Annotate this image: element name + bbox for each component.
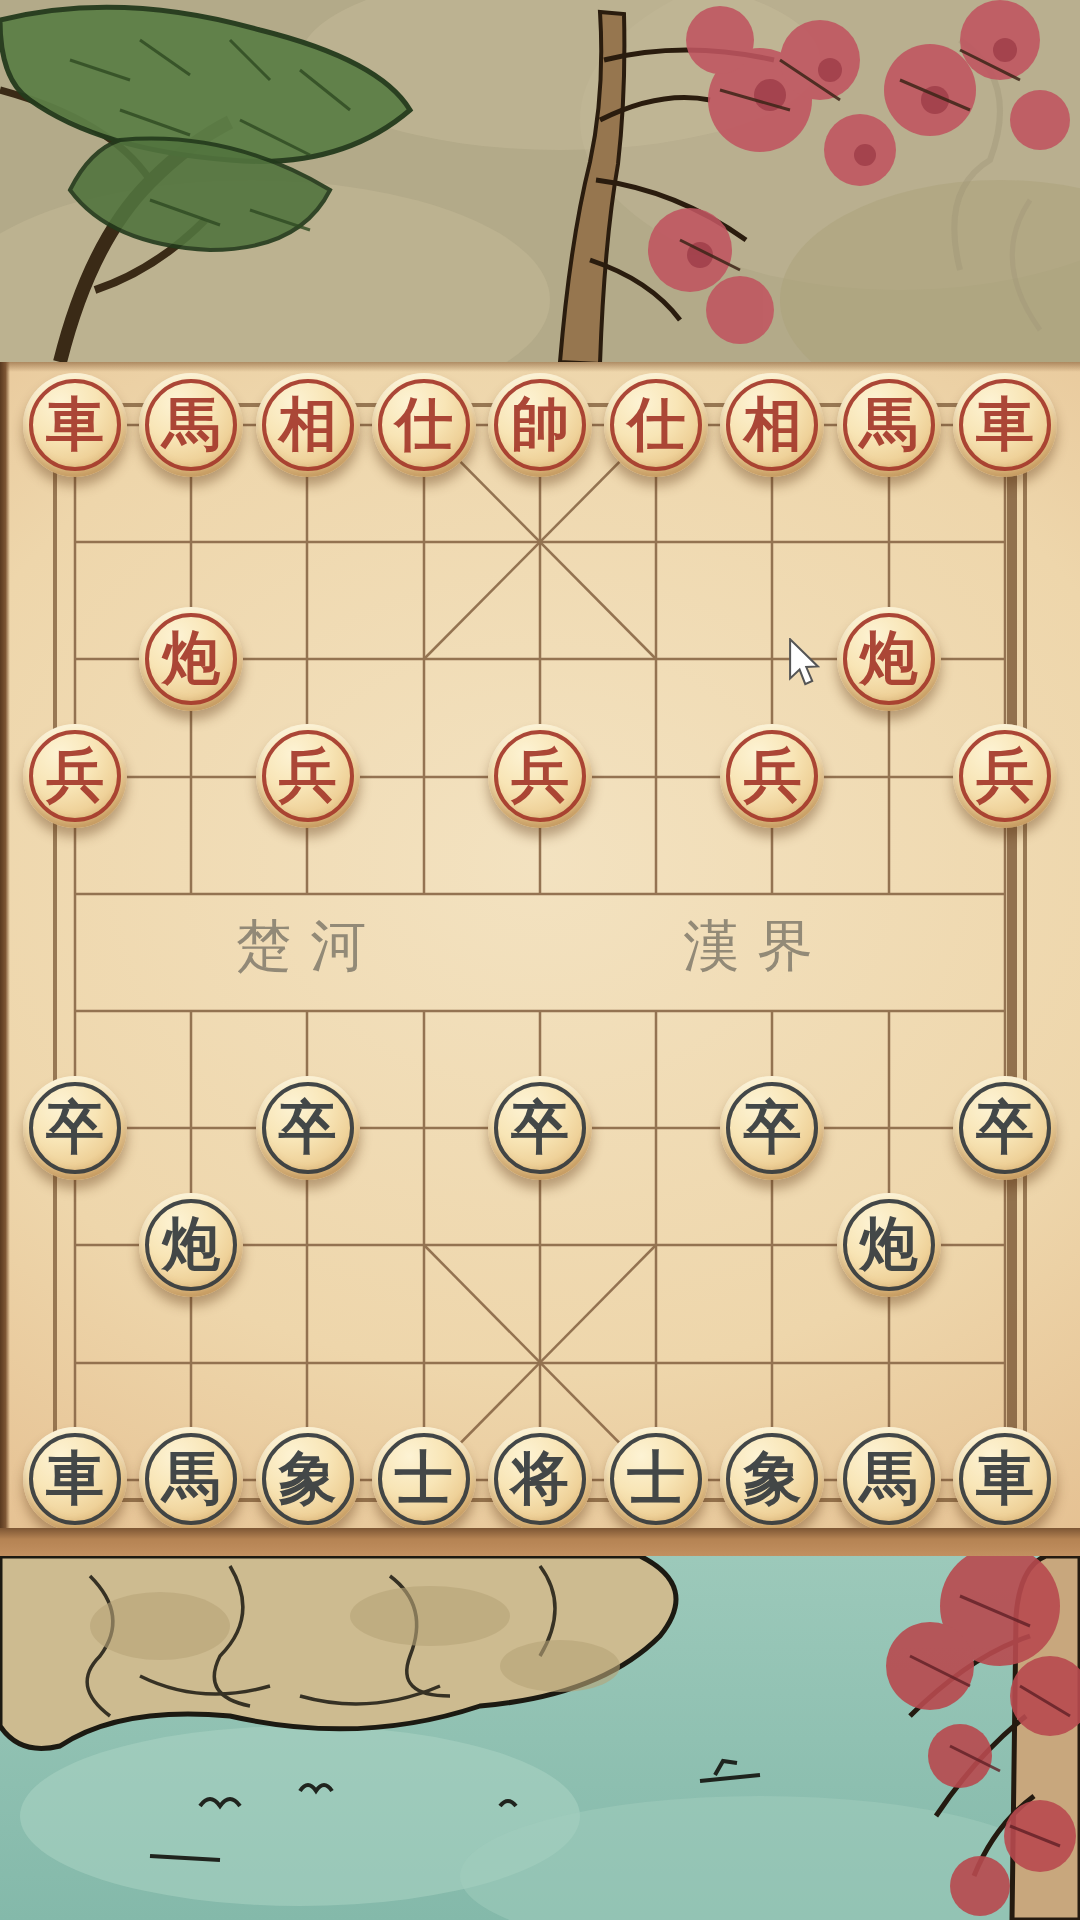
piece-glyph: 炮 [162,629,220,687]
piece-glyph: 相 [743,395,801,453]
piece-black-卒[interactable]: 卒 [23,1076,127,1180]
piece-glyph: 兵 [279,746,337,804]
piece-ring: 馬 [843,379,935,471]
piece-ring: 炮 [145,613,237,705]
piece-glyph: 卒 [46,1098,104,1156]
piece-glyph: 兵 [976,746,1034,804]
piece-black-卒[interactable]: 卒 [953,1076,1057,1180]
piece-black-炮[interactable]: 炮 [837,1193,941,1297]
piece-black-馬[interactable]: 馬 [139,1427,243,1531]
piece-glyph: 仕 [395,395,453,453]
piece-ring: 炮 [843,1199,935,1291]
piece-glyph: 車 [976,395,1034,453]
piece-glyph: 車 [46,1449,104,1507]
piece-red-兵[interactable]: 兵 [953,724,1057,828]
piece-glyph: 兵 [743,746,801,804]
piece-red-兵[interactable]: 兵 [488,724,592,828]
piece-red-兵[interactable]: 兵 [720,724,824,828]
piece-glyph: 帥 [511,395,569,453]
piece-ring: 車 [959,1433,1051,1525]
xiangqi-board[interactable]: 楚河 漢界 車馬相仕帥仕相馬車炮炮兵兵兵兵兵卒卒卒卒卒炮炮車馬象士将士象馬車 [0,362,1080,1556]
piece-black-将[interactable]: 将 [488,1427,592,1531]
piece-ring: 卒 [262,1082,354,1174]
piece-glyph: 兵 [46,746,104,804]
piece-red-仕[interactable]: 仕 [604,373,708,477]
piece-ring: 炮 [145,1199,237,1291]
background-painting-bottom [0,1556,1080,1920]
piece-glyph: 士 [395,1449,453,1507]
piece-ring: 兵 [726,730,818,822]
piece-black-士[interactable]: 士 [604,1427,708,1531]
piece-ring: 兵 [494,730,586,822]
piece-ring: 車 [29,1433,121,1525]
piece-ring: 炮 [843,613,935,705]
piece-red-兵[interactable]: 兵 [256,724,360,828]
piece-glyph: 炮 [860,1215,918,1273]
piece-ring: 馬 [843,1433,935,1525]
piece-ring: 象 [726,1433,818,1525]
piece-glyph: 車 [976,1449,1034,1507]
piece-glyph: 象 [743,1449,801,1507]
board-front-edge [0,1528,1080,1556]
piece-glyph: 卒 [511,1098,569,1156]
piece-ring: 卒 [959,1082,1051,1174]
piece-ring: 仕 [610,379,702,471]
piece-ring: 卒 [29,1082,121,1174]
piece-ring: 象 [262,1433,354,1525]
piece-ring: 卒 [494,1082,586,1174]
piece-red-仕[interactable]: 仕 [372,373,476,477]
piece-ring: 兵 [29,730,121,822]
piece-red-帥[interactable]: 帥 [488,373,592,477]
piece-glyph: 炮 [162,1215,220,1273]
piece-glyph: 馬 [162,395,220,453]
piece-glyph: 将 [511,1449,569,1507]
piece-red-兵[interactable]: 兵 [23,724,127,828]
piece-glyph: 車 [46,395,104,453]
piece-ring: 兵 [959,730,1051,822]
piece-ring: 卒 [726,1082,818,1174]
piece-black-車[interactable]: 車 [953,1427,1057,1531]
piece-ring: 士 [610,1433,702,1525]
piece-red-馬[interactable]: 馬 [139,373,243,477]
piece-red-炮[interactable]: 炮 [139,607,243,711]
piece-black-卒[interactable]: 卒 [488,1076,592,1180]
piece-black-馬[interactable]: 馬 [837,1427,941,1531]
background-painting-top [0,0,1080,362]
piece-red-車[interactable]: 車 [23,373,127,477]
piece-glyph: 馬 [860,395,918,453]
piece-glyph: 卒 [976,1098,1034,1156]
piece-glyph: 卒 [279,1098,337,1156]
piece-glyph: 相 [279,395,337,453]
piece-black-象[interactable]: 象 [720,1427,824,1531]
piece-black-象[interactable]: 象 [256,1427,360,1531]
piece-glyph: 仕 [627,395,685,453]
piece-ring: 馬 [145,1433,237,1525]
piece-ring: 馬 [145,379,237,471]
piece-red-車[interactable]: 車 [953,373,1057,477]
piece-ring: 将 [494,1433,586,1525]
piece-red-相[interactable]: 相 [720,373,824,477]
game-screen: 楚河 漢界 車馬相仕帥仕相馬車炮炮兵兵兵兵兵卒卒卒卒卒炮炮車馬象士将士象馬車 [0,0,1080,1920]
piece-ring: 車 [29,379,121,471]
piece-glyph: 炮 [860,629,918,687]
mouse-cursor [787,638,821,686]
piece-glyph: 象 [279,1449,337,1507]
piece-glyph: 士 [627,1449,685,1507]
piece-black-士[interactable]: 士 [372,1427,476,1531]
piece-glyph: 馬 [162,1449,220,1507]
piece-black-卒[interactable]: 卒 [720,1076,824,1180]
piece-ring: 士 [378,1433,470,1525]
piece-glyph: 馬 [860,1449,918,1507]
piece-ring: 相 [726,379,818,471]
pieces-grid: 車馬相仕帥仕相馬車炮炮兵兵兵兵兵卒卒卒卒卒炮炮車馬象士将士象馬車 [17,366,1063,1538]
piece-ring: 相 [262,379,354,471]
piece-ring: 車 [959,379,1051,471]
piece-black-炮[interactable]: 炮 [139,1193,243,1297]
piece-red-相[interactable]: 相 [256,373,360,477]
piece-glyph: 卒 [743,1098,801,1156]
piece-ring: 兵 [262,730,354,822]
piece-ring: 仕 [378,379,470,471]
piece-black-卒[interactable]: 卒 [256,1076,360,1180]
piece-red-炮[interactable]: 炮 [837,607,941,711]
piece-glyph: 兵 [511,746,569,804]
piece-black-車[interactable]: 車 [23,1427,127,1531]
piece-red-馬[interactable]: 馬 [837,373,941,477]
piece-ring: 帥 [494,379,586,471]
